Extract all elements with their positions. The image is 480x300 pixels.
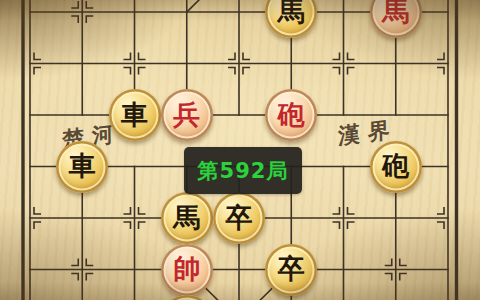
piece-glyph: 車: [121, 101, 148, 128]
piece-glyph: 帥: [173, 255, 200, 282]
piece-black-soldier[interactable]: 卒: [265, 244, 317, 296]
xiangqi-board[interactable]: 楚河 漢界 馬馬車兵砲車砲馬卒帥卒卒 第592局: [0, 0, 480, 300]
piece-red-general[interactable]: 帥: [161, 244, 213, 296]
piece-black-cannon[interactable]: 砲: [370, 141, 422, 193]
piece-glyph: 砲: [382, 152, 409, 179]
piece-black-soldier[interactable]: 卒: [213, 192, 265, 244]
piece-black-horse[interactable]: 馬: [161, 192, 213, 244]
piece-glyph: 卒: [278, 255, 305, 282]
piece-glyph: 車: [69, 152, 96, 179]
piece-glyph: 馬: [278, 0, 305, 25]
piece-red-soldier[interactable]: 兵: [161, 89, 213, 141]
piece-glyph: 卒: [226, 204, 253, 231]
piece-glyph: 砲: [278, 101, 305, 128]
puzzle-number-badge: 第592局: [184, 147, 302, 194]
piece-black-chariot[interactable]: 車: [109, 89, 161, 141]
piece-glyph: 馬: [173, 204, 200, 231]
piece-black-chariot[interactable]: 車: [56, 141, 108, 193]
piece-glyph: 馬: [382, 0, 409, 25]
piece-glyph: 兵: [173, 101, 200, 128]
puzzle-number-text: 第592局: [198, 157, 289, 185]
piece-red-cannon[interactable]: 砲: [265, 89, 317, 141]
